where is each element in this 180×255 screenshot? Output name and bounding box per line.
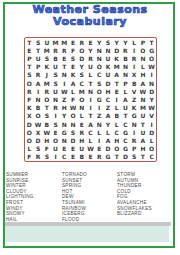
grid-cell[interactable]: H — [60, 104, 69, 112]
grid-cell[interactable]: O — [77, 46, 86, 54]
grid-cell[interactable]: D — [147, 87, 156, 95]
grid-cell[interactable]: T — [139, 153, 148, 161]
grid-cell[interactable]: S — [69, 128, 78, 136]
grid-cell[interactable]: W — [147, 104, 156, 112]
grid-cell[interactable]: M — [51, 38, 60, 46]
grid-cell[interactable]: I — [130, 128, 139, 136]
grid-cell[interactable]: S — [77, 71, 86, 79]
grid-cell[interactable]: A — [69, 79, 78, 87]
grid-cell[interactable]: O — [139, 46, 148, 54]
grid-cell[interactable]: H — [77, 136, 86, 144]
grid-cell[interactable]: E — [69, 63, 78, 71]
grid-cell[interactable]: F — [69, 95, 78, 103]
grid-cell[interactable]: H — [139, 145, 148, 153]
grid-cell[interactable]: P — [25, 54, 34, 62]
grid-cell[interactable]: G — [147, 46, 156, 54]
grid-cell[interactable]: W — [86, 145, 95, 153]
grid-cell[interactable]: T — [34, 46, 43, 54]
grid-cell[interactable]: H — [104, 87, 113, 95]
grid-cell[interactable]: I — [60, 79, 69, 87]
grid-cell[interactable]: O — [112, 145, 121, 153]
grid-cell[interactable]: G — [95, 95, 104, 103]
grid-cell[interactable]: S — [51, 71, 60, 79]
grid-cell[interactable]: T — [86, 112, 95, 120]
word-list-item: BLIZZARD — [117, 211, 173, 217]
grid-cell[interactable]: X — [130, 71, 139, 79]
worksheet-page: Weather Seasons Vocabulary TSUMMEREYSYYL… — [0, 0, 180, 255]
grid-cell[interactable]: S — [42, 54, 51, 62]
grid-cell[interactable]: M — [77, 87, 86, 95]
grid-cell[interactable]: O — [51, 136, 60, 144]
grid-cell[interactable]: N — [77, 104, 86, 112]
grid-cell[interactable]: L — [139, 63, 148, 71]
word-list-column-3: STORMAUTUMNTHUNDERCOLDFOGAVALANCHESNOWFL… — [117, 172, 173, 217]
grid-cell[interactable]: M — [60, 38, 69, 46]
grid-cell[interactable]: H — [112, 136, 121, 144]
grid-cell[interactable]: O — [69, 112, 78, 120]
grid-cell[interactable]: D — [25, 120, 34, 128]
grid-cell[interactable]: U — [86, 63, 95, 71]
grid-cell[interactable]: E — [69, 153, 78, 161]
grid-cell[interactable]: S — [51, 120, 60, 128]
worksheet-title: Weather Seasons Vocabulary — [0, 4, 180, 27]
grid-cell[interactable]: S — [42, 153, 51, 161]
grid-cell[interactable]: M — [42, 46, 51, 54]
grid-cell[interactable]: T — [147, 38, 156, 46]
grid-cell[interactable]: I — [34, 87, 43, 95]
grid-cell[interactable]: C — [60, 153, 69, 161]
grid-cell[interactable]: D — [104, 79, 113, 87]
grid-cell[interactable]: R — [77, 128, 86, 136]
grid-cell[interactable]: C — [77, 79, 86, 87]
grid-cell[interactable]: B — [51, 54, 60, 62]
grid-cell[interactable]: T — [112, 79, 121, 87]
grid-cell[interactable]: I — [51, 112, 60, 120]
grid-cell[interactable]: S — [34, 38, 43, 46]
grid-cell[interactable]: Z — [104, 104, 113, 112]
grid-cell[interactable]: E — [60, 54, 69, 62]
grid-cell[interactable]: O — [147, 54, 156, 62]
grid-cell[interactable]: R — [86, 54, 95, 62]
grid-cell[interactable]: U — [42, 38, 51, 46]
grid-cell[interactable]: L — [69, 87, 78, 95]
grid-cell[interactable]: E — [25, 46, 34, 54]
grid-cell[interactable]: R — [130, 136, 139, 144]
grid-cell[interactable]: I — [130, 46, 139, 54]
grid-cell[interactable]: T — [112, 153, 121, 161]
grid-cell[interactable]: N — [95, 120, 104, 128]
grid-cell[interactable]: Y — [86, 46, 95, 54]
grid-cell[interactable]: M — [112, 63, 121, 71]
grid-cell[interactable]: U — [51, 87, 60, 95]
grid-cell[interactable]: Y — [60, 112, 69, 120]
grid-cell[interactable]: S — [51, 79, 60, 87]
grid-cell[interactable]: L — [130, 38, 139, 46]
grid-cell[interactable]: G — [130, 112, 139, 120]
word-list-column-1: SUMMERSUNRISEWINTERCLOUDYLIGHTNINGFROSTW… — [6, 172, 60, 222]
grid-cell[interactable]: G — [121, 145, 130, 153]
grid-cell[interactable]: F — [42, 145, 51, 153]
grid-cell[interactable]: E — [95, 145, 104, 153]
grid-cell[interactable]: N — [95, 46, 104, 54]
grid-cell[interactable]: U — [51, 145, 60, 153]
grid-cell[interactable]: U — [139, 112, 148, 120]
grid-cell[interactable]: L — [112, 120, 121, 128]
grid-cell[interactable]: Y — [104, 120, 113, 128]
grid-cell[interactable]: U — [104, 54, 113, 62]
grid-cell[interactable]: F — [25, 95, 34, 103]
grid-cell[interactable]: O — [25, 128, 34, 136]
grid-cell[interactable]: S — [130, 153, 139, 161]
grid-cell[interactable]: Y — [147, 95, 156, 103]
footer-area — [5, 226, 169, 242]
grid-cell[interactable]: N — [69, 120, 78, 128]
grid-cell[interactable]: O — [77, 95, 86, 103]
grid-cell[interactable]: Z — [95, 112, 104, 120]
grid-cell[interactable]: N — [60, 71, 69, 79]
grid-cell[interactable]: B — [34, 104, 43, 112]
grid-cell[interactable]: R — [60, 46, 69, 54]
grid-cell[interactable]: V — [147, 112, 156, 120]
grid-cell[interactable]: S — [34, 145, 43, 153]
grid-cell[interactable]: W — [34, 120, 43, 128]
grid-cell[interactable]: R — [51, 46, 60, 54]
grid-cell[interactable]: W — [60, 87, 69, 95]
grid-cell[interactable]: P — [121, 79, 130, 87]
title-line-2: Vocabulary — [0, 16, 180, 28]
grid-cell[interactable]: E — [51, 128, 60, 136]
grid-cell[interactable]: S — [25, 71, 34, 79]
grid-cell[interactable]: L — [77, 112, 86, 120]
grid-cell[interactable]: N — [34, 95, 43, 103]
grid-cell[interactable]: E — [86, 153, 95, 161]
grid-cell[interactable]: T — [121, 112, 130, 120]
grid-cell[interactable]: L — [86, 136, 95, 144]
grid-cell[interactable]: B — [121, 54, 130, 62]
grid-cell[interactable]: K — [112, 54, 121, 62]
grid-cell[interactable]: Y — [121, 38, 130, 46]
grid-cell[interactable]: F — [25, 153, 34, 161]
grid-cell[interactable]: R — [34, 71, 43, 79]
grid-cell[interactable]: C — [147, 153, 156, 161]
grid-cell[interactable]: D — [77, 54, 86, 62]
grid-cell[interactable]: I — [86, 104, 95, 112]
grid-cell[interactable]: L — [121, 87, 130, 95]
grid-cell[interactable]: R — [130, 54, 139, 62]
grid-cell[interactable]: L — [104, 128, 113, 136]
grid-cell[interactable]: E — [60, 145, 69, 153]
grid-cell[interactable]: J — [42, 71, 51, 79]
grid-cell[interactable]: H — [139, 71, 148, 79]
grid-cell[interactable]: T — [25, 38, 34, 46]
grid-cell[interactable]: W — [69, 104, 78, 112]
grid-cell[interactable]: O — [95, 63, 104, 71]
grid-cell[interactable]: D — [121, 153, 130, 161]
grid-cell[interactable]: D — [104, 145, 113, 153]
grid-cell[interactable]: F — [69, 46, 78, 54]
grid-cell[interactable]: O — [34, 112, 43, 120]
grid-cell[interactable]: Z — [60, 95, 69, 103]
grid-cell[interactable]: P — [130, 145, 139, 153]
grid-cell[interactable]: A — [104, 136, 113, 144]
grid-cell[interactable]: N — [60, 136, 69, 144]
title-line-1: Weather Seasons — [0, 4, 180, 16]
grid-cell[interactable]: O — [42, 95, 51, 103]
grid-cell[interactable]: S — [42, 112, 51, 120]
grid-cell[interactable]: U — [104, 71, 113, 79]
grid-cell[interactable]: H — [42, 136, 51, 144]
grid-cell[interactable]: T — [42, 104, 51, 112]
grid-cell[interactable]: D — [69, 136, 78, 144]
grid-cell[interactable]: O — [25, 79, 34, 87]
grid-cell[interactable]: R — [51, 104, 60, 112]
grid-cell[interactable]: Y — [95, 38, 104, 46]
grid-cell[interactable]: E — [112, 87, 121, 95]
grid-cell[interactable]: U — [77, 145, 86, 153]
grid-cell[interactable]: R — [34, 153, 43, 161]
grid-cell[interactable]: A — [121, 95, 130, 103]
grid-cell[interactable]: V — [130, 87, 139, 95]
grid-cell[interactable]: B — [42, 120, 51, 128]
grid-cell[interactable]: W — [42, 128, 51, 136]
grid-cell[interactable]: W — [147, 63, 156, 71]
grid-cell[interactable]: C — [121, 136, 130, 144]
grid-cell[interactable]: S — [104, 38, 113, 46]
grid-cell[interactable]: S — [69, 54, 78, 62]
grid-cell[interactable]: I — [147, 120, 156, 128]
grid-cell[interactable]: E — [86, 38, 95, 46]
grid-cell[interactable]: A — [139, 79, 148, 87]
grid-cell[interactable]: R — [95, 153, 104, 161]
grid-cell[interactable]: I — [147, 71, 156, 79]
grid-cell[interactable]: R — [42, 87, 51, 95]
grid-cell[interactable]: B — [130, 79, 139, 87]
grid-cell[interactable]: R — [25, 87, 34, 95]
grid-cell[interactable]: N — [104, 46, 113, 54]
grid-cell[interactable]: N — [95, 54, 104, 62]
grid-cell[interactable]: I — [95, 104, 104, 112]
grid-cell[interactable]: R — [121, 46, 130, 54]
grid-cell[interactable]: K — [42, 63, 51, 71]
word-list-column-2: TORNADOSUNSETSPRINGHOTDEWTSUNAMIRAINBOWI… — [62, 172, 114, 222]
grid-cell[interactable]: R — [77, 38, 86, 46]
grid-cell[interactable]: A — [112, 71, 121, 79]
grid-cell[interactable]: G — [121, 128, 130, 136]
grid-cell[interactable]: P — [139, 38, 148, 46]
grid-cell[interactable]: T — [60, 63, 69, 71]
grid-cell[interactable]: K — [25, 104, 34, 112]
grid-cell[interactable]: C — [104, 95, 113, 103]
grid-cell[interactable]: U — [34, 54, 43, 62]
grid-cell[interactable]: L — [112, 104, 121, 112]
grid-cell[interactable]: C — [86, 128, 95, 136]
grid-cell[interactable]: C — [112, 128, 121, 136]
grid-cell[interactable]: T — [139, 120, 148, 128]
grid-cell[interactable]: U — [121, 104, 130, 112]
grid-cell[interactable]: T — [25, 63, 34, 71]
grid-cell[interactable]: W — [139, 87, 148, 95]
grid-cell[interactable]: Z — [130, 95, 139, 103]
grid-cell[interactable]: T — [86, 79, 95, 87]
grid-cell[interactable]: C — [95, 71, 104, 79]
grid-cell[interactable]: O — [95, 87, 104, 95]
grid-cell[interactable]: D — [147, 128, 156, 136]
grid-cell[interactable]: L — [147, 136, 156, 144]
grid-cell[interactable]: U — [139, 128, 148, 136]
grid-cell[interactable]: L — [86, 71, 95, 79]
grid-cell[interactable]: Y — [77, 63, 86, 71]
grid-cell[interactable]: O — [147, 145, 156, 153]
grid-cell[interactable]: D — [112, 46, 121, 54]
grid-cell[interactable]: E — [69, 38, 78, 46]
grid-cell[interactable]: S — [95, 79, 104, 87]
grid-cell[interactable]: I — [112, 95, 121, 103]
grid-cell[interactable]: I — [95, 136, 104, 144]
grid-cell[interactable]: I — [86, 95, 95, 103]
grid-cell[interactable]: K — [69, 71, 78, 79]
grid-cell[interactable]: K — [130, 104, 139, 112]
grid-cell[interactable]: N — [60, 120, 69, 128]
grid-cell[interactable]: N — [139, 95, 148, 103]
wordsearch-grid: TSUMMEREYSYYLPTETMRRFOYNNDRIOGPUSBESDRNU… — [24, 37, 157, 162]
grid-cell[interactable]: O — [25, 136, 34, 144]
grid-cell[interactable]: G — [60, 128, 69, 136]
grid-cell[interactable]: N — [130, 120, 139, 128]
grid-cell[interactable]: A — [34, 79, 43, 87]
grid-cell[interactable]: G — [104, 153, 113, 161]
grid-cell[interactable]: X — [34, 128, 43, 136]
grid-cell[interactable]: X — [25, 112, 34, 120]
grid-cell[interactable]: K — [104, 63, 113, 71]
grid-cell[interactable]: D — [34, 136, 43, 144]
grid-cell[interactable]: P — [34, 63, 43, 71]
grid-cell[interactable]: L — [25, 145, 34, 153]
grid-cell[interactable]: B — [77, 153, 86, 161]
grid-cell[interactable]: M — [42, 79, 51, 87]
grid-cell[interactable]: B — [112, 112, 121, 120]
grid-cell[interactable]: N — [121, 71, 130, 79]
grid-cell[interactable]: N — [139, 54, 148, 62]
grid-cell[interactable]: N — [51, 95, 60, 103]
grid-cell[interactable]: Y — [112, 38, 121, 46]
grid-cell[interactable]: M — [139, 104, 148, 112]
grid-cell[interactable]: N — [86, 87, 95, 95]
grid-cell[interactable]: C — [121, 120, 130, 128]
grid-cell[interactable]: N — [121, 63, 130, 71]
grid-cell[interactable]: U — [51, 63, 60, 71]
grid-cell[interactable]: I — [51, 153, 60, 161]
grid-cell[interactable]: I — [130, 63, 139, 71]
grid-cell[interactable]: A — [86, 120, 95, 128]
grid-cell[interactable]: L — [95, 128, 104, 136]
grid-cell[interactable]: A — [104, 112, 113, 120]
grid-cell[interactable]: A — [139, 136, 148, 144]
grid-cell[interactable]: E — [77, 120, 86, 128]
grid-cell[interactable]: N — [147, 79, 156, 87]
grid-cell[interactable]: E — [69, 145, 78, 153]
